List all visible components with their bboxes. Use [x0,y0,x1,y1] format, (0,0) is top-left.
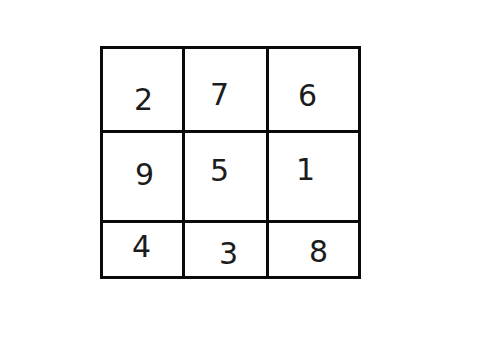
cell-value: 9 [135,160,154,190]
cell-r0c0: 2 [103,49,185,133]
cell-r2c1: 3 [185,223,269,276]
cell-value: 2 [134,85,153,115]
cell-r1c2: 1 [269,133,358,223]
cell-r2c2: 8 [269,223,358,276]
cell-value: 8 [309,237,328,267]
cell-value: 7 [210,80,229,110]
cell-r0c1: 7 [185,49,269,133]
cell-value: 4 [132,232,151,262]
cell-r0c2: 6 [269,49,358,133]
cell-value: 3 [219,239,238,269]
cell-r1c1: 5 [185,133,269,223]
cell-value: 1 [296,155,315,185]
page-canvas: 2 7 6 9 5 1 4 3 8 [0,0,500,342]
cell-value: 5 [210,156,229,186]
cell-r1c0: 9 [103,133,185,223]
magic-square-board: 2 7 6 9 5 1 4 3 8 [100,46,361,279]
cell-r2c0: 4 [103,223,185,276]
cell-value: 6 [298,81,317,111]
